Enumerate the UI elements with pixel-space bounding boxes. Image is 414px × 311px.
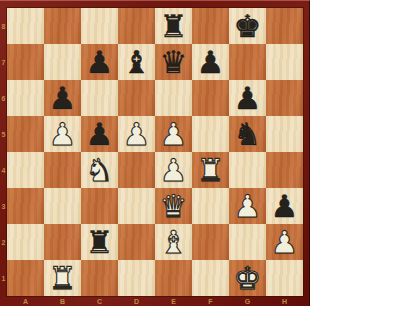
square-e8[interactable]: ♜ <box>155 8 192 44</box>
square-b8[interactable] <box>44 8 81 44</box>
square-c1[interactable] <box>81 260 118 296</box>
square-a2[interactable] <box>7 224 44 260</box>
square-b4[interactable] <box>44 152 81 188</box>
square-b3[interactable] <box>44 188 81 224</box>
black-rook-e8[interactable]: ♜ <box>160 8 188 44</box>
square-g1[interactable]: ♚ <box>229 260 266 296</box>
square-a1[interactable] <box>7 260 44 296</box>
square-d6[interactable] <box>118 80 155 116</box>
white-pawn-b5[interactable]: ♟ <box>49 116 77 152</box>
file-label-h: H <box>266 296 303 306</box>
square-f4[interactable]: ♜ <box>192 152 229 188</box>
rank-label-6: 6 <box>0 80 7 116</box>
square-c3[interactable] <box>81 188 118 224</box>
white-pawn-e4[interactable]: ♟ <box>160 152 188 188</box>
square-h3[interactable]: ♟ <box>266 188 303 224</box>
black-pawn-c7[interactable]: ♟ <box>86 44 114 80</box>
square-a8[interactable] <box>7 8 44 44</box>
rank-label-3: 3 <box>0 188 7 224</box>
square-d3[interactable] <box>118 188 155 224</box>
square-f5[interactable] <box>192 116 229 152</box>
square-h5[interactable] <box>266 116 303 152</box>
square-c7[interactable]: ♟ <box>81 44 118 80</box>
square-h4[interactable] <box>266 152 303 188</box>
rank-label-4: 4 <box>0 152 7 188</box>
square-h2[interactable]: ♟ <box>266 224 303 260</box>
black-pawn-b6[interactable]: ♟ <box>49 80 77 116</box>
square-h8[interactable] <box>266 8 303 44</box>
square-g2[interactable] <box>229 224 266 260</box>
file-label-b: B <box>44 296 81 306</box>
black-pawn-f7[interactable]: ♟ <box>197 44 225 80</box>
square-d7[interactable]: ♝ <box>118 44 155 80</box>
rank-label-5: 5 <box>0 116 7 152</box>
square-h1[interactable] <box>266 260 303 296</box>
white-pawn-h2[interactable]: ♟ <box>271 224 299 260</box>
rank-label-2: 2 <box>0 224 7 260</box>
square-f7[interactable]: ♟ <box>192 44 229 80</box>
white-rook-f4[interactable]: ♜ <box>197 152 225 188</box>
file-label-a: A <box>7 296 44 306</box>
square-b5[interactable]: ♟ <box>44 116 81 152</box>
square-e1[interactable] <box>155 260 192 296</box>
rank-label-8: 8 <box>0 8 7 44</box>
square-g5[interactable]: ♞ <box>229 116 266 152</box>
square-d8[interactable] <box>118 8 155 44</box>
square-a6[interactable] <box>7 80 44 116</box>
square-c8[interactable] <box>81 8 118 44</box>
square-c4[interactable]: ♞ <box>81 152 118 188</box>
file-label-e: E <box>155 296 192 306</box>
chess-board[interactable]: ♜♚♟♝♛♟♟♟♟♟♟♟♞♞♟♜♛♟♟♜♝♟♜♚ <box>7 8 303 296</box>
square-b2[interactable] <box>44 224 81 260</box>
square-d5[interactable]: ♟ <box>118 116 155 152</box>
black-queen-e7[interactable]: ♛ <box>160 44 188 80</box>
rank-label-1: 1 <box>0 260 7 296</box>
square-g4[interactable] <box>229 152 266 188</box>
black-pawn-g6[interactable]: ♟ <box>234 80 262 116</box>
square-c6[interactable] <box>81 80 118 116</box>
black-king-g8[interactable]: ♚ <box>234 8 262 44</box>
square-a7[interactable] <box>7 44 44 80</box>
white-queen-e3[interactable]: ♛ <box>160 188 188 224</box>
square-e2[interactable]: ♝ <box>155 224 192 260</box>
black-pawn-h3[interactable]: ♟ <box>271 188 299 224</box>
square-a5[interactable] <box>7 116 44 152</box>
white-rook-b1[interactable]: ♜ <box>49 260 77 296</box>
square-e3[interactable]: ♛ <box>155 188 192 224</box>
white-pawn-g3[interactable]: ♟ <box>234 188 262 224</box>
white-king-g1[interactable]: ♚ <box>234 260 262 296</box>
square-d2[interactable] <box>118 224 155 260</box>
board-frame: 87654321 ♜♚♟♝♛♟♟♟♟♟♟♟♞♞♟♜♛♟♟♜♝♟♜♚ ABCDEF… <box>0 0 310 306</box>
square-a4[interactable] <box>7 152 44 188</box>
white-pawn-e5[interactable]: ♟ <box>160 116 188 152</box>
square-e4[interactable]: ♟ <box>155 152 192 188</box>
rank-labels: 87654321 <box>0 8 7 296</box>
white-pawn-d5[interactable]: ♟ <box>123 116 151 152</box>
square-d4[interactable] <box>118 152 155 188</box>
square-d1[interactable] <box>118 260 155 296</box>
square-c5[interactable]: ♟ <box>81 116 118 152</box>
square-e5[interactable]: ♟ <box>155 116 192 152</box>
square-f1[interactable] <box>192 260 229 296</box>
square-f6[interactable] <box>192 80 229 116</box>
square-b7[interactable] <box>44 44 81 80</box>
square-g7[interactable] <box>229 44 266 80</box>
square-f2[interactable] <box>192 224 229 260</box>
square-g6[interactable]: ♟ <box>229 80 266 116</box>
file-label-d: D <box>118 296 155 306</box>
square-e6[interactable] <box>155 80 192 116</box>
file-label-f: F <box>192 296 229 306</box>
white-knight-c4[interactable]: ♞ <box>86 152 114 188</box>
black-pawn-c5[interactable]: ♟ <box>86 116 114 152</box>
chess-diagram-screenshot: 87654321 ♜♚♟♝♛♟♟♟♟♟♟♟♞♞♟♜♛♟♟♜♝♟♜♚ ABCDEF… <box>0 0 414 311</box>
file-label-g: G <box>229 296 266 306</box>
square-f3[interactable] <box>192 188 229 224</box>
square-c2[interactable]: ♜ <box>81 224 118 260</box>
square-h7[interactable] <box>266 44 303 80</box>
square-g8[interactable]: ♚ <box>229 8 266 44</box>
square-e7[interactable]: ♛ <box>155 44 192 80</box>
black-knight-g5[interactable]: ♞ <box>234 116 262 152</box>
square-g3[interactable]: ♟ <box>229 188 266 224</box>
square-h6[interactable] <box>266 80 303 116</box>
square-a3[interactable] <box>7 188 44 224</box>
square-f8[interactable] <box>192 8 229 44</box>
square-b1[interactable]: ♜ <box>44 260 81 296</box>
black-bishop-d7[interactable]: ♝ <box>123 44 151 80</box>
rank-label-7: 7 <box>0 44 7 80</box>
file-label-c: C <box>81 296 118 306</box>
square-b6[interactable]: ♟ <box>44 80 81 116</box>
white-bishop-e2[interactable]: ♝ <box>160 224 188 260</box>
file-labels: ABCDEFGH <box>7 296 303 306</box>
black-rook-c2[interactable]: ♜ <box>86 224 114 260</box>
